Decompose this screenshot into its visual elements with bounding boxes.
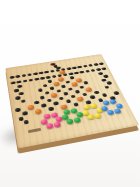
track-hole	[58, 96, 64, 100]
track-hole	[77, 65, 82, 68]
track-hole	[66, 67, 71, 70]
track-hole	[103, 75, 109, 78]
track-hole	[79, 70, 84, 73]
track-hole	[17, 85, 22, 89]
track-hole	[37, 88, 42, 92]
track-hole	[10, 76, 15, 79]
track-hole	[74, 71, 79, 74]
track-hole	[22, 79, 27, 83]
track-hole	[33, 72, 38, 75]
track-hole	[94, 91, 100, 95]
track-hole	[61, 85, 66, 89]
track-hole	[65, 80, 70, 84]
track-hole	[113, 91, 119, 95]
track-hole	[16, 75, 21, 78]
photo-background	[0, 0, 140, 187]
track-hole	[15, 108, 20, 112]
track-hole	[66, 99, 72, 103]
track-hole	[73, 102, 79, 106]
track-hole	[82, 92, 88, 96]
track-hole	[75, 90, 81, 94]
track-hole	[63, 92, 69, 96]
track-hole	[90, 95, 96, 99]
track-hole	[49, 86, 54, 90]
track-hole	[51, 75, 56, 78]
track-hole	[93, 63, 98, 66]
track-hole	[50, 70, 55, 73]
track-hole	[56, 89, 61, 93]
track-hole	[101, 67, 106, 70]
track-hole	[70, 94, 76, 98]
green-peg[interactable]	[66, 118, 74, 124]
track-hole	[68, 87, 73, 91]
track-hole	[15, 96, 20, 100]
track-hole	[40, 76, 45, 79]
track-hole	[11, 81, 16, 85]
track-hole	[72, 66, 77, 69]
track-hole	[79, 85, 85, 89]
yellow-peg[interactable]	[94, 112, 102, 118]
track-hole	[44, 70, 49, 73]
green-peg[interactable]	[63, 109, 71, 115]
track-hole	[102, 93, 108, 97]
track-hole	[23, 120, 29, 125]
track-hole	[68, 72, 73, 75]
barricade-peg[interactable]	[77, 97, 85, 102]
track-hole	[99, 62, 104, 65]
barricade-peg[interactable]	[27, 105, 34, 110]
barricade-peg[interactable]	[85, 87, 92, 92]
track-hole	[83, 65, 88, 68]
track-hole	[46, 76, 51, 79]
track-hole	[21, 74, 26, 77]
barricade-peg[interactable]	[35, 108, 42, 114]
track-hole	[88, 64, 93, 67]
track-hole	[34, 100, 39, 104]
track-hole	[34, 77, 39, 80]
track-hole	[46, 98, 52, 102]
green-peg[interactable]	[74, 117, 82, 123]
track-hole	[106, 81, 112, 85]
track-hole	[39, 96, 44, 100]
track-hole	[90, 69, 95, 72]
track-hole	[83, 81, 88, 85]
track-hole	[47, 80, 52, 84]
track-hole	[42, 84, 47, 88]
track-hole	[104, 85, 110, 89]
track-hole	[19, 92, 24, 96]
track-hole	[53, 101, 59, 105]
pink-peg[interactable]	[53, 122, 61, 128]
track-hole	[17, 80, 22, 84]
barricade-peg[interactable]	[50, 93, 57, 98]
track-hole	[96, 68, 101, 71]
track-hole	[22, 111, 28, 115]
track-hole	[39, 71, 44, 74]
track-hole	[70, 76, 75, 79]
barricade-peg[interactable]	[58, 77, 65, 82]
track-hole	[21, 99, 26, 103]
pink-peg[interactable]	[45, 123, 53, 129]
blue-peg[interactable]	[113, 108, 121, 114]
track-hole	[48, 107, 54, 111]
track-hole	[27, 73, 32, 76]
barricade-peg[interactable]	[53, 81, 60, 86]
pink-peg[interactable]	[43, 113, 51, 119]
track-hole	[41, 103, 47, 107]
track-hole	[28, 78, 33, 81]
blue-peg[interactable]	[115, 103, 123, 108]
board-playing-surface	[5, 54, 139, 148]
track-hole	[44, 91, 49, 95]
track-hole	[85, 70, 90, 73]
track-hole	[63, 73, 68, 76]
barricade-peg[interactable]	[71, 82, 78, 87]
